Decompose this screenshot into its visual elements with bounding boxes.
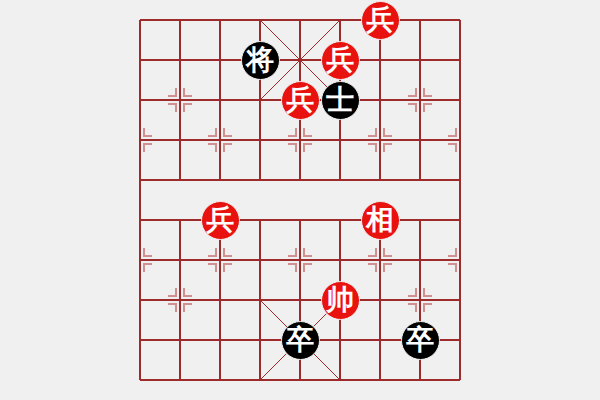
piece-black-soldier[interactable]: 卒 — [281, 321, 320, 360]
piece-red-elephant[interactable]: 相 — [361, 201, 400, 240]
piece-red-soldier[interactable]: 兵 — [281, 81, 320, 120]
piece-red-soldier[interactable]: 兵 — [201, 201, 240, 240]
piece-black-general[interactable]: 将 — [241, 41, 280, 80]
piece-red-soldier[interactable]: 兵 — [361, 1, 400, 40]
piece-black-advisor[interactable]: 士 — [321, 81, 360, 120]
piece-black-soldier[interactable]: 卒 — [401, 321, 440, 360]
board-pieces-layer: 兵将兵兵士兵相帅卒卒 — [120, 0, 480, 400]
piece-red-soldier[interactable]: 兵 — [321, 41, 360, 80]
piece-red-general[interactable]: 帅 — [321, 281, 360, 320]
xiangqi-board[interactable]: 兵将兵兵士兵相帅卒卒 — [0, 0, 600, 400]
